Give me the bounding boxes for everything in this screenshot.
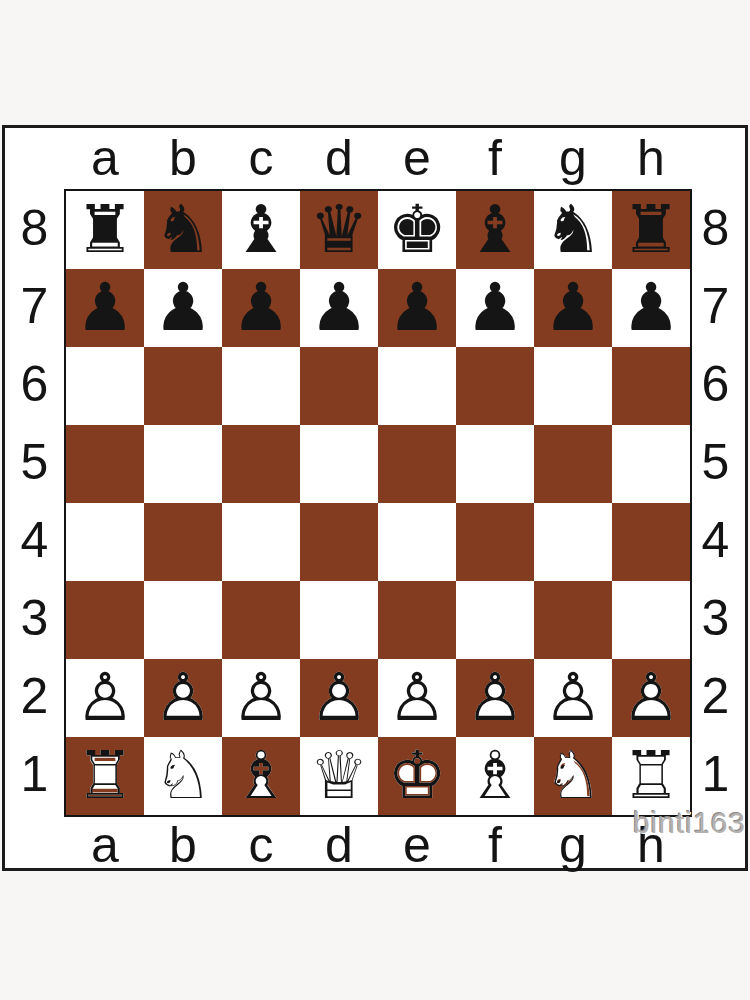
file-label-f-bottom: f	[456, 816, 534, 874]
square-g1[interactable]: ♞♘	[534, 737, 612, 815]
white-king-icon: ♚♔	[378, 737, 456, 815]
piece-outline: ♙	[144, 659, 222, 737]
file-label-h-top: h	[612, 128, 690, 188]
watermark: binti163	[596, 806, 746, 840]
white-knight-icon: ♞♘	[534, 737, 612, 815]
square-f3[interactable]	[456, 581, 534, 659]
square-a3[interactable]	[66, 581, 144, 659]
file-label-e-bottom: e	[378, 816, 456, 874]
square-c5[interactable]	[222, 425, 300, 503]
square-a1[interactable]: ♜♖	[66, 737, 144, 815]
black-queen-icon: ♛	[309, 191, 368, 269]
square-c7[interactable]: ♟	[222, 269, 300, 347]
rank-label-3-left: 3	[5, 579, 64, 657]
square-e8[interactable]: ♚	[378, 191, 456, 269]
square-d3[interactable]	[300, 581, 378, 659]
square-e5[interactable]	[378, 425, 456, 503]
square-b2[interactable]: ♟♙	[144, 659, 222, 737]
white-pawn-icon: ♟♙	[534, 659, 612, 737]
file-label-b-bottom: b	[144, 816, 222, 874]
piece-outline: ♙	[378, 659, 456, 737]
white-rook-icon: ♜♖	[66, 737, 144, 815]
white-pawn-icon: ♟♙	[66, 659, 144, 737]
file-label-d-bottom: d	[300, 816, 378, 874]
rank-label-2-left: 2	[5, 657, 64, 735]
piece-outline: ♙	[300, 659, 378, 737]
square-e3[interactable]	[378, 581, 456, 659]
square-g7[interactable]: ♟	[534, 269, 612, 347]
square-e2[interactable]: ♟♙	[378, 659, 456, 737]
file-label-d-top: d	[300, 128, 378, 188]
square-a6[interactable]	[66, 347, 144, 425]
square-e7[interactable]: ♟	[378, 269, 456, 347]
white-knight-icon: ♞♘	[144, 737, 222, 815]
rank-label-8-right: 8	[686, 189, 745, 267]
square-h4[interactable]	[612, 503, 690, 581]
square-e6[interactable]	[378, 347, 456, 425]
square-g4[interactable]	[534, 503, 612, 581]
piece-outline: ♘	[144, 737, 222, 815]
square-h6[interactable]	[612, 347, 690, 425]
black-rook-icon: ♜	[621, 191, 680, 269]
square-h2[interactable]: ♟♙	[612, 659, 690, 737]
chess-board: ♜♞♝♛♚♝♞♜♟♟♟♟♟♟♟♟♟♙♟♙♟♙♟♙♟♙♟♙♟♙♟♙♜♖♞♘♝♗♛♕…	[64, 189, 692, 817]
rank-label-5-left: 5	[5, 423, 64, 501]
rank-label-6-left: 6	[5, 345, 64, 423]
black-knight-icon: ♞	[153, 191, 212, 269]
white-queen-icon: ♛♕	[300, 737, 378, 815]
square-b8[interactable]: ♞	[144, 191, 222, 269]
square-b1[interactable]: ♞♘	[144, 737, 222, 815]
rank-label-4-right: 4	[686, 501, 745, 579]
square-g5[interactable]	[534, 425, 612, 503]
black-bishop-icon: ♝	[465, 191, 524, 269]
white-bishop-icon: ♝♗	[222, 737, 300, 815]
rank-label-5-right: 5	[686, 423, 745, 501]
square-c8[interactable]: ♝	[222, 191, 300, 269]
rank-labels-left: 87654321	[5, 189, 64, 813]
file-label-f-top: f	[456, 128, 534, 188]
piece-outline: ♙	[222, 659, 300, 737]
square-g8[interactable]: ♞	[534, 191, 612, 269]
black-pawn-icon: ♟	[387, 269, 446, 347]
white-pawn-icon: ♟♙	[378, 659, 456, 737]
square-d1[interactable]: ♛♕	[300, 737, 378, 815]
black-pawn-icon: ♟	[231, 269, 290, 347]
board-frame: abcdefgh 87654321 ♜♞♝♛♚♝♞♜♟♟♟♟♟♟♟♟♟♙♟♙♟♙…	[2, 125, 748, 871]
square-e1[interactable]: ♚♔	[378, 737, 456, 815]
square-f6[interactable]	[456, 347, 534, 425]
rank-label-2-right: 2	[686, 657, 745, 735]
square-d2[interactable]: ♟♙	[300, 659, 378, 737]
square-a2[interactable]: ♟♙	[66, 659, 144, 737]
black-rook-icon: ♜	[75, 191, 134, 269]
file-label-e-top: e	[378, 128, 456, 188]
rank-label-3-right: 3	[686, 579, 745, 657]
square-g3[interactable]	[534, 581, 612, 659]
rank-label-7-right: 7	[686, 267, 745, 345]
square-f4[interactable]	[456, 503, 534, 581]
square-d5[interactable]	[300, 425, 378, 503]
square-c1[interactable]: ♝♗	[222, 737, 300, 815]
piece-outline: ♙	[456, 659, 534, 737]
white-pawn-icon: ♟♙	[144, 659, 222, 737]
black-pawn-icon: ♟	[621, 269, 680, 347]
square-b4[interactable]	[144, 503, 222, 581]
white-pawn-icon: ♟♙	[300, 659, 378, 737]
square-b3[interactable]	[144, 581, 222, 659]
square-b5[interactable]	[144, 425, 222, 503]
piece-outline: ♙	[66, 659, 144, 737]
square-d4[interactable]	[300, 503, 378, 581]
square-a5[interactable]	[66, 425, 144, 503]
rank-label-4-left: 4	[5, 501, 64, 579]
square-a7[interactable]: ♟	[66, 269, 144, 347]
square-f7[interactable]: ♟	[456, 269, 534, 347]
square-d6[interactable]	[300, 347, 378, 425]
square-c3[interactable]	[222, 581, 300, 659]
black-pawn-icon: ♟	[543, 269, 602, 347]
black-pawn-icon: ♟	[153, 269, 212, 347]
piece-outline: ♖	[66, 737, 144, 815]
black-pawn-icon: ♟	[75, 269, 134, 347]
piece-outline: ♙	[612, 659, 690, 737]
file-label-a-bottom: a	[66, 816, 144, 874]
file-label-g-top: g	[534, 128, 612, 188]
rank-label-8-left: 8	[5, 189, 64, 267]
piece-outline: ♔	[378, 737, 456, 815]
square-g2[interactable]: ♟♙	[534, 659, 612, 737]
white-rook-icon: ♜♖	[612, 737, 690, 815]
piece-outline: ♖	[612, 737, 690, 815]
product-image: abcdefgh 87654321 ♜♞♝♛♚♝♞♜♟♟♟♟♟♟♟♟♟♙♟♙♟♙…	[0, 0, 750, 1000]
file-label-a-top: a	[66, 128, 144, 188]
white-pawn-icon: ♟♙	[612, 659, 690, 737]
square-b6[interactable]	[144, 347, 222, 425]
black-knight-icon: ♞	[543, 191, 602, 269]
piece-outline: ♘	[534, 737, 612, 815]
file-label-c-top: c	[222, 128, 300, 188]
square-e4[interactable]	[378, 503, 456, 581]
rank-label-7-left: 7	[5, 267, 64, 345]
rank-label-6-right: 6	[686, 345, 745, 423]
square-d8[interactable]: ♛	[300, 191, 378, 269]
black-pawn-icon: ♟	[309, 269, 368, 347]
square-c2[interactable]: ♟♙	[222, 659, 300, 737]
piece-outline: ♗	[222, 737, 300, 815]
rank-label-1-right: 1	[686, 735, 745, 813]
square-h7[interactable]: ♟	[612, 269, 690, 347]
square-f8[interactable]: ♝	[456, 191, 534, 269]
square-a4[interactable]	[66, 503, 144, 581]
piece-outline: ♙	[534, 659, 612, 737]
file-label-c-bottom: c	[222, 816, 300, 874]
square-a8[interactable]: ♜	[66, 191, 144, 269]
rank-label-1-left: 1	[5, 735, 64, 813]
square-h8[interactable]: ♜	[612, 191, 690, 269]
piece-outline: ♕	[300, 737, 378, 815]
square-c6[interactable]	[222, 347, 300, 425]
square-h3[interactable]	[612, 581, 690, 659]
file-label-b-top: b	[144, 128, 222, 188]
black-king-icon: ♚	[387, 191, 446, 269]
black-pawn-icon: ♟	[465, 269, 524, 347]
white-pawn-icon: ♟♙	[222, 659, 300, 737]
square-h5[interactable]	[612, 425, 690, 503]
white-pawn-icon: ♟♙	[456, 659, 534, 737]
piece-outline: ♗	[456, 737, 534, 815]
square-f2[interactable]: ♟♙	[456, 659, 534, 737]
square-f1[interactable]: ♝♗	[456, 737, 534, 815]
square-b7[interactable]: ♟	[144, 269, 222, 347]
rank-labels-right: 87654321	[686, 189, 745, 813]
square-d7[interactable]: ♟	[300, 269, 378, 347]
square-g6[interactable]	[534, 347, 612, 425]
square-f5[interactable]	[456, 425, 534, 503]
square-c4[interactable]	[222, 503, 300, 581]
black-bishop-icon: ♝	[231, 191, 290, 269]
square-h1[interactable]: ♜♖	[612, 737, 690, 815]
file-labels-top: abcdefgh	[66, 128, 690, 188]
white-bishop-icon: ♝♗	[456, 737, 534, 815]
